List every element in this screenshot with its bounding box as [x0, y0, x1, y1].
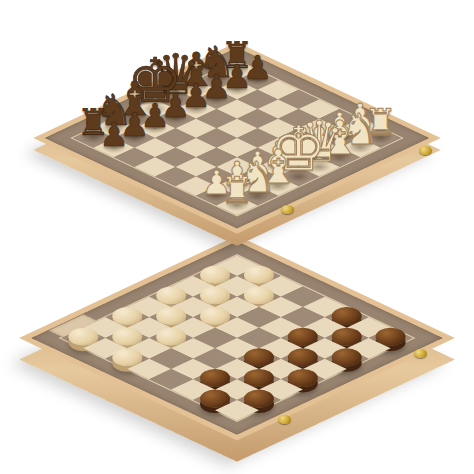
- checkers-board-top: [19, 236, 455, 441]
- brass-clasp-icon: [278, 415, 291, 424]
- chess-board-scene: ♜♟♟♜♞♟♟♞♝♟♟♝♛♟♟♛♚♟♟♚♝♟♟♝♞♟♟♞♜♟♟♜: [0, 0, 474, 237]
- checkers-board-scene: [0, 237, 474, 474]
- chess-border-band: ♜♟♟♜♞♟♟♞♝♟♟♝♛♟♟♛♚♟♟♚♝♟♟♝♞♟♟♞♜♟♟♜: [45, 48, 430, 229]
- chess-square[interactable]: ♜: [216, 196, 257, 215]
- brass-clasp-icon: [419, 146, 432, 155]
- product-photo: ♜♟♟♜♞♟♟♞♝♟♟♝♛♟♟♛♚♟♟♚♝♟♟♝♞♟♟♞♜♟♟♜: [0, 0, 474, 474]
- chess-board-top: ♜♟♟♜♞♟♟♞♝♟♟♝♛♟♟♛♚♟♟♚♝♟♟♝♞♟♟♞♜♟♟♜: [33, 42, 440, 233]
- brass-clasp-icon: [281, 205, 294, 214]
- checkers-border-band: [31, 241, 443, 434]
- chess-piece-glyph: ♟: [99, 118, 129, 151]
- brass-clasp-icon: [414, 349, 427, 358]
- chess-piece-glyph: ♜: [220, 171, 253, 208]
